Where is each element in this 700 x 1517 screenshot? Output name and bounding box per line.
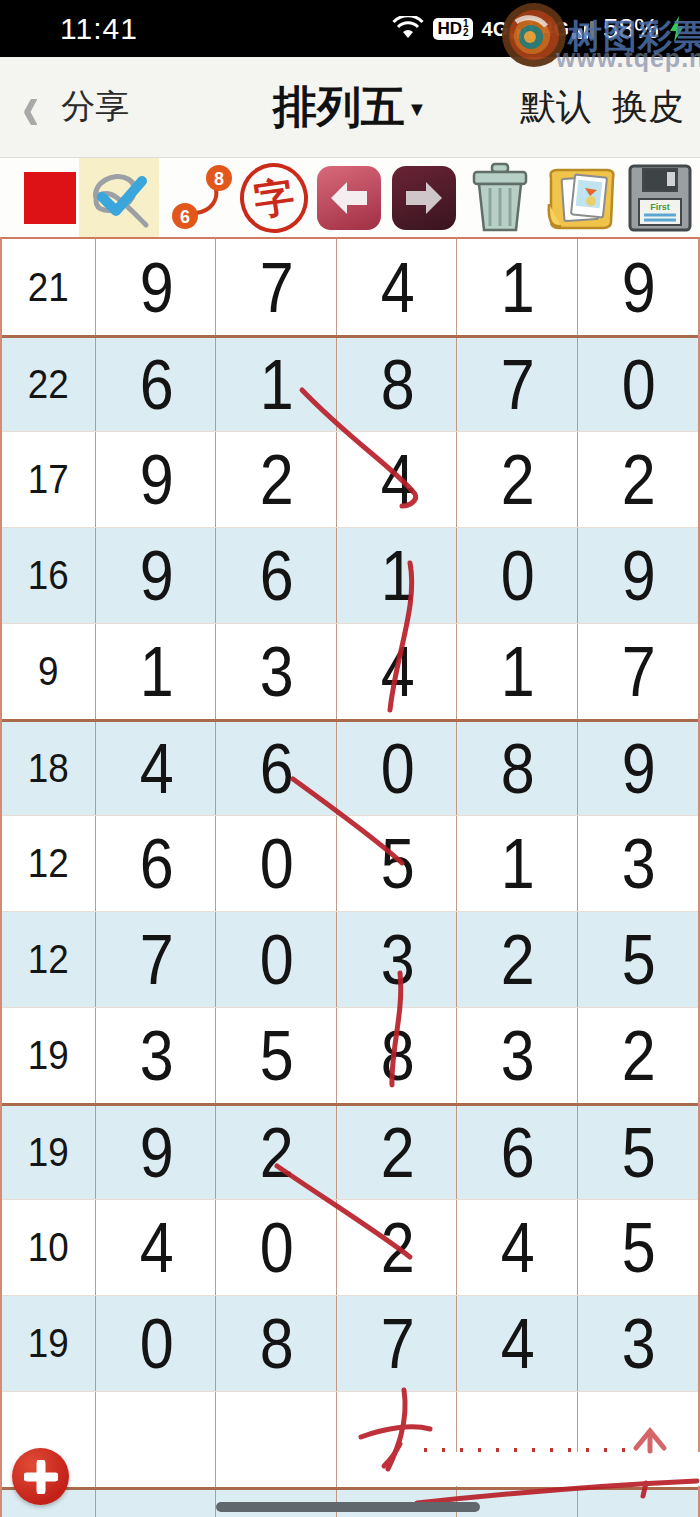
- path-6-8-icon: 6 8: [170, 165, 236, 231]
- floppy-disk-icon: First: [627, 163, 693, 233]
- svg-text:First: First: [650, 202, 670, 212]
- title-dropdown-caret[interactable]: ▼: [407, 98, 427, 120]
- digit-cell[interactable]: 2: [457, 432, 577, 527]
- grid-row: 1260513: [2, 815, 698, 911]
- digit-cell[interactable]: 2: [337, 1200, 457, 1295]
- period-label: 12: [2, 816, 96, 911]
- digit-cell[interactable]: 0: [96, 1296, 216, 1391]
- digit-cell[interactable]: 0: [216, 816, 336, 911]
- digit-cell[interactable]: [578, 1490, 698, 1517]
- digit-cell[interactable]: 3: [457, 1008, 577, 1103]
- status-bar: 11:41 HD 12 4G 4G 58%: [0, 0, 700, 57]
- digit-cell[interactable]: 5: [216, 1008, 336, 1103]
- arrow-right-icon: [392, 166, 456, 230]
- pen-check-icon: [84, 165, 154, 231]
- digit-cell[interactable]: 4: [457, 1296, 577, 1391]
- digit-cell[interactable]: 4: [96, 722, 216, 815]
- period-label: 22: [2, 338, 96, 431]
- clock: 11:41: [60, 12, 138, 46]
- digit-cell[interactable]: 1: [457, 816, 577, 911]
- change-skin-button[interactable]: 换皮: [612, 83, 684, 132]
- red-square-icon: [24, 172, 76, 224]
- digit-cell[interactable]: [96, 1392, 216, 1487]
- grid-row: 1270325: [2, 911, 698, 1007]
- digit-cell[interactable]: 2: [216, 432, 336, 527]
- period-label: 21: [2, 239, 96, 335]
- share-button[interactable]: 分享: [61, 84, 129, 130]
- digit-cell[interactable]: 3: [578, 1296, 698, 1391]
- trash-can-icon: [468, 162, 532, 234]
- digit-cell[interactable]: 1: [457, 239, 577, 335]
- digit-cell[interactable]: 3: [96, 1008, 216, 1103]
- svg-text:8: 8: [214, 169, 224, 189]
- text-stamp-tool[interactable]: 字: [240, 158, 308, 237]
- grid-row: 1935832: [2, 1007, 698, 1103]
- digit-cell[interactable]: 8: [337, 1008, 457, 1103]
- digit-cell[interactable]: 0: [216, 912, 336, 1007]
- save-tool[interactable]: First: [624, 158, 696, 237]
- digit-cell[interactable]: 9: [578, 239, 698, 335]
- digit-cell[interactable]: 6: [96, 816, 216, 911]
- add-button[interactable]: [12, 1448, 69, 1505]
- horizontal-scrollbar[interactable]: [216, 1502, 480, 1512]
- digit-cell[interactable]: 9: [96, 528, 216, 623]
- digit-cell[interactable]: 3: [216, 624, 336, 719]
- digit-cell[interactable]: [96, 1490, 216, 1517]
- digit-cell[interactable]: 4: [337, 239, 457, 335]
- period-label: 12: [2, 912, 96, 1007]
- period-label: 19: [2, 1106, 96, 1199]
- drawing-toolbar: 6 8 字: [0, 158, 700, 237]
- digit-cell[interactable]: 0: [457, 528, 577, 623]
- arrow-left-icon: [317, 166, 381, 230]
- number-grid: 2197419226187017924221696109913417184608…: [0, 237, 700, 1517]
- period-label: 18: [2, 722, 96, 815]
- digit-cell[interactable]: 0: [337, 722, 457, 815]
- digit-cell[interactable]: 3: [337, 912, 457, 1007]
- digit-cell[interactable]: 5: [578, 1106, 698, 1199]
- digit-cell[interactable]: 4: [337, 432, 457, 527]
- grid-row: 1992265: [2, 1103, 698, 1199]
- numbered-path-tool[interactable]: 6 8: [168, 158, 238, 237]
- grid-row: 1040245: [2, 1199, 698, 1295]
- red-square-color-tool[interactable]: [20, 158, 80, 237]
- network-2-icon: 4G: [542, 19, 594, 39]
- battery-percent: 58%: [603, 13, 659, 45]
- grid-row: 1846089: [2, 719, 698, 815]
- digit-cell[interactable]: 7: [578, 624, 698, 719]
- zi-character-icon: 字: [235, 158, 312, 237]
- digit-cell[interactable]: 1: [337, 528, 457, 623]
- period-label: 9: [2, 624, 96, 719]
- digit-cell[interactable]: 2: [337, 1106, 457, 1199]
- covered-watermark-box: [356, 1452, 700, 1486]
- grid-row: 1696109: [2, 527, 698, 623]
- digit-cell[interactable]: 6: [216, 528, 336, 623]
- period-label: 10: [2, 1200, 96, 1295]
- digit-cell[interactable]: 6: [96, 338, 216, 431]
- digit-cell[interactable]: 5: [578, 1200, 698, 1295]
- digit-cell[interactable]: 8: [216, 1296, 336, 1391]
- redo-arrow-tool[interactable]: [389, 158, 459, 237]
- default-button[interactable]: 默认: [520, 83, 592, 132]
- plus-icon: [24, 1460, 58, 1494]
- period-label: 19: [2, 1008, 96, 1103]
- digit-cell[interactable]: [216, 1392, 336, 1487]
- digit-cell[interactable]: 7: [96, 912, 216, 1007]
- digit-cell[interactable]: 8: [337, 338, 457, 431]
- digit-cell[interactable]: 2: [578, 432, 698, 527]
- digit-cell[interactable]: 4: [96, 1200, 216, 1295]
- grid-row: 1908743: [2, 1295, 698, 1391]
- network-1-icon: 4G: [482, 19, 534, 39]
- digit-cell[interactable]: 9: [578, 722, 698, 815]
- digit-cell[interactable]: 7: [337, 1296, 457, 1391]
- digit-cell[interactable]: 7: [457, 338, 577, 431]
- digit-cell[interactable]: 2: [457, 912, 577, 1007]
- grid-row: 2197419: [2, 239, 698, 335]
- digit-cell[interactable]: 2: [578, 1008, 698, 1103]
- back-chevron-icon[interactable]: ‹: [22, 81, 39, 133]
- wifi-icon: [392, 16, 424, 42]
- digit-cell[interactable]: 9: [96, 432, 216, 527]
- pen-tool-selected[interactable]: [79, 158, 159, 237]
- period-label: 17: [2, 432, 96, 527]
- period-label: 16: [2, 528, 96, 623]
- gallery-tool[interactable]: [542, 158, 622, 237]
- digit-cell[interactable]: 9: [578, 528, 698, 623]
- hd-volte-icon: HD 12: [433, 18, 472, 40]
- digit-cell[interactable]: 5: [578, 912, 698, 1007]
- grid-row: 1792422: [2, 431, 698, 527]
- digit-cell[interactable]: 0: [216, 1200, 336, 1295]
- digit-cell[interactable]: 2: [216, 1106, 336, 1199]
- digit-cell[interactable]: 5: [337, 816, 457, 911]
- digit-cell[interactable]: 1: [96, 624, 216, 719]
- page-title[interactable]: 排列五▼: [273, 78, 427, 137]
- grid-row: 913417: [2, 623, 698, 719]
- svg-text:6: 6: [180, 207, 190, 227]
- digit-cell[interactable]: 0: [578, 338, 698, 431]
- undo-arrow-tool[interactable]: [314, 158, 384, 237]
- grid-row: 2261870: [2, 335, 698, 431]
- digit-cell[interactable]: 8: [457, 722, 577, 815]
- digit-cell[interactable]: 1: [457, 624, 577, 719]
- digit-cell[interactable]: 6: [457, 1106, 577, 1199]
- digit-cell[interactable]: 1: [216, 338, 336, 431]
- digit-cell[interactable]: 4: [457, 1200, 577, 1295]
- header-bar: ‹ 分享 排列五▼ 默认 换皮: [0, 57, 700, 158]
- digit-cell[interactable]: 3: [578, 816, 698, 911]
- app-screen: 11:41 HD 12 4G 4G 58%: [0, 0, 700, 1517]
- charging-bolt-icon: [668, 15, 686, 43]
- digit-cell[interactable]: 9: [96, 1106, 216, 1199]
- digit-cell[interactable]: 6: [216, 722, 336, 815]
- digit-cell[interactable]: 4: [337, 624, 457, 719]
- delete-tool[interactable]: [462, 158, 538, 237]
- period-label: 19: [2, 1296, 96, 1391]
- digit-cell[interactable]: 7: [216, 239, 336, 335]
- digit-cell[interactable]: 9: [96, 239, 216, 335]
- photo-folder-icon: [545, 164, 619, 232]
